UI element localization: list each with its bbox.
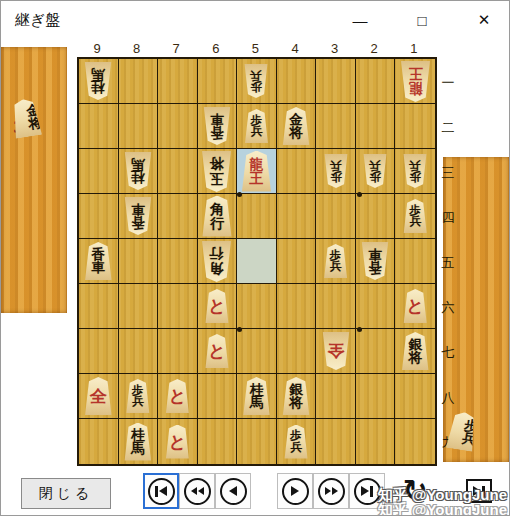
gote-piece-全[interactable]: 全 xyxy=(321,332,351,370)
sente-piece-歩兵[interactable]: 歩兵 xyxy=(402,199,428,233)
square-3-4[interactable] xyxy=(316,194,356,239)
back-fast-button[interactable] xyxy=(179,473,215,509)
rank-label-6: 六 xyxy=(439,299,457,317)
square-3-9[interactable] xyxy=(316,419,356,464)
square-7-7[interactable] xyxy=(158,329,198,374)
gote-piece-香車[interactable]: 香車 xyxy=(202,107,232,145)
file-label-9: 9 xyxy=(77,41,117,56)
piece-kanji: 馬 xyxy=(92,68,106,82)
square-2-3[interactable]: 歩兵 xyxy=(356,149,396,194)
square-8-2[interactable] xyxy=(119,104,159,149)
piece-kanji: 車 xyxy=(131,203,145,217)
maximize-button[interactable]: □ xyxy=(403,5,441,35)
square-9-3[interactable] xyxy=(79,149,119,194)
close-icon: ✕ xyxy=(478,11,491,29)
square-4-8[interactable]: 銀将 xyxy=(277,374,317,419)
piece-kanji: と xyxy=(208,342,225,360)
square-1-7[interactable]: 銀将 xyxy=(395,329,435,374)
gote-piece-龍王[interactable]: 龍王 xyxy=(399,61,432,102)
square-8-8[interactable]: 歩兵 xyxy=(119,374,159,419)
square-7-6[interactable] xyxy=(158,284,198,329)
square-3-3[interactable]: 歩兵 xyxy=(316,149,356,194)
piece-kanji: 兵 xyxy=(409,160,421,172)
piece-kanji: 車 xyxy=(210,113,224,127)
play-to-end-icon xyxy=(466,479,492,503)
square-3-8[interactable] xyxy=(316,374,356,419)
file-label-6: 6 xyxy=(196,41,236,56)
piece-kanji: 兵 xyxy=(251,126,263,138)
hoshi-dot xyxy=(357,192,362,197)
piece-kanji: 龍 xyxy=(408,81,422,96)
go-last-button[interactable] xyxy=(349,473,385,509)
file-label-7: 7 xyxy=(156,41,196,56)
square-5-2[interactable]: 歩兵 xyxy=(237,104,277,149)
square-1-3[interactable]: 歩兵 xyxy=(395,149,435,194)
sente-piece-歩兵[interactable]: 歩兵 xyxy=(283,425,309,459)
square-1-1[interactable]: 龍王 xyxy=(395,59,435,104)
piece-kanji: 兵 xyxy=(330,261,342,273)
minimize-icon: — xyxy=(353,12,368,29)
piece-kanji: 香 xyxy=(131,216,145,230)
square-6-3[interactable]: 玉将 xyxy=(198,149,238,194)
square-5-5[interactable] xyxy=(237,239,277,284)
square-3-6[interactable] xyxy=(316,284,356,329)
rank-label-7: 七 xyxy=(439,344,457,362)
square-2-7[interactable] xyxy=(356,329,396,374)
square-8-9[interactable]: 桂馬 xyxy=(119,419,159,464)
file-label-3: 3 xyxy=(315,41,355,56)
square-6-7[interactable]: と xyxy=(198,329,238,374)
piece-kanji: 香 xyxy=(210,126,224,140)
sente-piece-と[interactable]: と xyxy=(164,379,190,413)
square-3-2[interactable] xyxy=(316,104,356,149)
square-3-5[interactable]: 歩兵 xyxy=(316,239,356,284)
shogi-board: 桂馬歩兵龍王香車歩兵金将桂馬玉将龍王歩兵歩兵歩兵香車角行歩兵香車角行歩兵香車とと… xyxy=(77,57,437,466)
square-1-6[interactable]: と xyxy=(395,284,435,329)
play-to-end-button[interactable] xyxy=(461,473,497,509)
square-4-6[interactable] xyxy=(277,284,317,329)
gote-piece-stand xyxy=(1,47,67,313)
piece-kanji: 将 xyxy=(289,396,303,410)
square-3-7[interactable]: 全 xyxy=(316,329,356,374)
piece-kanji: 玉 xyxy=(210,171,224,186)
square-5-6[interactable] xyxy=(237,284,277,329)
gote-piece-香車[interactable]: 香車 xyxy=(360,242,390,280)
gote-piece-香車[interactable]: 香車 xyxy=(123,197,153,235)
go-first-button[interactable] xyxy=(143,473,179,509)
square-9-5[interactable]: 香車 xyxy=(79,239,119,284)
square-1-5[interactable] xyxy=(395,239,435,284)
gote-piece-歩兵[interactable]: 歩兵 xyxy=(243,64,269,98)
analysis-board-window: 継ぎ盤 — □ ✕ 987654321 一二三四五六七八九 桂馬歩兵龍王香車歩兵… xyxy=(0,0,510,516)
square-6-2[interactable]: 香車 xyxy=(198,104,238,149)
square-8-7[interactable] xyxy=(119,329,159,374)
square-1-4[interactable]: 歩兵 xyxy=(395,194,435,239)
square-1-9[interactable] xyxy=(395,419,435,464)
piece-kanji: 兵 xyxy=(290,442,302,454)
piece-kanji: 桂 xyxy=(131,171,145,185)
gote-piece-角行[interactable]: 角行 xyxy=(200,241,233,282)
square-5-1[interactable]: 歩兵 xyxy=(237,59,277,104)
close-board-button[interactable]: 閉じる xyxy=(21,478,111,509)
square-4-2[interactable]: 金将 xyxy=(277,104,317,149)
piece-kanji: 桂 xyxy=(92,81,106,95)
square-6-9[interactable] xyxy=(198,419,238,464)
forward-one-button[interactable] xyxy=(277,473,313,509)
piece-kanji: 馬 xyxy=(131,442,145,456)
square-9-7[interactable] xyxy=(79,329,119,374)
square-7-1[interactable] xyxy=(158,59,198,104)
sente-piece-角行[interactable]: 角行 xyxy=(200,196,233,237)
piece-kanji: 香 xyxy=(368,261,382,275)
square-3-1[interactable] xyxy=(316,59,356,104)
gote-piece-歩兵[interactable]: 歩兵 xyxy=(362,154,388,188)
gote-piece-桂馬[interactable]: 桂馬 xyxy=(83,62,113,100)
square-1-2[interactable] xyxy=(395,104,435,149)
piece-kanji: と xyxy=(169,433,186,451)
square-4-1[interactable] xyxy=(277,59,317,104)
piece-kanji: 角 xyxy=(210,202,224,217)
back-fast-icon xyxy=(184,478,211,505)
square-6-6[interactable]: と xyxy=(198,284,238,329)
sente-piece-と[interactable]: と xyxy=(164,425,190,459)
square-8-4[interactable]: 香車 xyxy=(119,194,159,239)
gote-hand: 金将3 xyxy=(11,117,25,137)
square-2-4[interactable] xyxy=(356,194,396,239)
square-7-2[interactable] xyxy=(158,104,198,149)
sente-piece-龍王[interactable]: 龍王 xyxy=(240,151,273,192)
sente-piece-金将[interactable]: 金将 xyxy=(281,107,311,145)
square-6-8[interactable] xyxy=(198,374,238,419)
square-8-5[interactable] xyxy=(119,239,159,284)
square-2-1[interactable] xyxy=(356,59,396,104)
square-2-9[interactable] xyxy=(356,419,396,464)
close-button[interactable]: ✕ xyxy=(465,5,503,35)
square-2-6[interactable] xyxy=(356,284,396,329)
window-title: 継ぎ盤 xyxy=(15,11,60,30)
piece-kanji: と xyxy=(407,297,424,315)
file-label-8: 8 xyxy=(117,41,157,56)
sente-piece-銀将[interactable]: 銀将 xyxy=(400,332,430,370)
piece-kanji: 全 xyxy=(327,342,344,360)
hoshi-dot xyxy=(237,327,242,332)
square-2-5[interactable]: 香車 xyxy=(356,239,396,284)
hoshi-dot xyxy=(237,192,242,197)
square-9-8[interactable]: 全 xyxy=(79,374,119,419)
piece-kanji: 兵 xyxy=(132,396,144,408)
back-one-icon xyxy=(220,478,247,505)
square-9-1[interactable]: 桂馬 xyxy=(79,59,119,104)
sente-piece-桂馬[interactable]: 桂馬 xyxy=(241,377,271,415)
square-4-9[interactable]: 歩兵 xyxy=(277,419,317,464)
square-5-4[interactable] xyxy=(237,194,277,239)
piece-kanji: 兵 xyxy=(369,160,381,172)
piece-kanji: 車 xyxy=(92,261,106,275)
square-9-9[interactable] xyxy=(79,419,119,464)
gote-piece-歩兵[interactable]: 歩兵 xyxy=(323,154,349,188)
sente-piece-歩兵[interactable]: 歩兵 xyxy=(125,379,151,413)
square-5-7[interactable] xyxy=(237,329,277,374)
square-9-6[interactable] xyxy=(79,284,119,329)
square-7-3[interactable] xyxy=(158,149,198,194)
piece-kanji: 将 xyxy=(289,126,303,140)
sente-piece-全[interactable]: 全 xyxy=(83,377,113,415)
rank-label-8: 八 xyxy=(439,389,457,407)
piece-kanji: 王 xyxy=(249,171,263,186)
sente-piece-香車[interactable]: 香車 xyxy=(83,242,113,280)
sente-piece-桂馬[interactable]: 桂馬 xyxy=(123,423,153,461)
sente-hand: 4歩兵 xyxy=(447,431,461,450)
square-8-1[interactable] xyxy=(119,59,159,104)
square-6-1[interactable] xyxy=(198,59,238,104)
square-4-4[interactable] xyxy=(277,194,317,239)
file-label-2: 2 xyxy=(354,41,394,56)
sente-piece-歩兵[interactable]: 歩兵 xyxy=(243,109,269,143)
gote-piece-桂馬[interactable]: 桂馬 xyxy=(123,152,153,190)
piece-kanji: 兵 xyxy=(409,216,421,228)
square-8-6[interactable] xyxy=(119,284,159,329)
sente-piece-銀将[interactable]: 銀将 xyxy=(281,377,311,415)
rank-label-3: 三 xyxy=(439,164,457,182)
square-5-8[interactable]: 桂馬 xyxy=(237,374,277,419)
piece-kanji: 馬 xyxy=(131,158,145,172)
piece-kanji: 王 xyxy=(408,67,422,82)
piece-kanji: 兵 xyxy=(330,160,342,172)
square-1-8[interactable] xyxy=(395,374,435,419)
forward-one-icon xyxy=(282,478,309,505)
file-label-5: 5 xyxy=(235,41,275,56)
piece-kanji: と xyxy=(208,297,225,315)
file-label-4: 4 xyxy=(275,41,315,56)
square-7-4[interactable] xyxy=(158,194,198,239)
square-7-5[interactable] xyxy=(158,239,198,284)
square-9-4[interactable] xyxy=(79,194,119,239)
replay-icon: ↻ xyxy=(402,476,427,506)
square-6-4[interactable]: 角行 xyxy=(198,194,238,239)
go-last-icon xyxy=(354,478,381,505)
hoshi-dot xyxy=(357,327,362,332)
forward-fast-icon xyxy=(318,478,345,505)
rank-label-2: 二 xyxy=(439,119,457,137)
square-4-3[interactable] xyxy=(277,149,317,194)
rank-label-5: 五 xyxy=(439,254,457,272)
piece-kanji: 将 xyxy=(210,157,224,172)
piece-kanji: 馬 xyxy=(250,396,264,410)
sente-piece-と[interactable]: と xyxy=(204,334,230,368)
square-7-8[interactable]: と xyxy=(158,374,198,419)
piece-kanji: 行 xyxy=(210,247,224,262)
square-5-9[interactable] xyxy=(237,419,277,464)
gote-piece-歩兵[interactable]: 歩兵 xyxy=(402,154,428,188)
piece-kanji: 角 xyxy=(210,261,224,276)
gote-piece-玉将[interactable]: 玉将 xyxy=(200,151,233,192)
square-7-9[interactable]: と xyxy=(158,419,198,464)
rank-label-4: 四 xyxy=(439,209,457,227)
square-5-3[interactable]: 龍王 xyxy=(237,149,277,194)
control-bar: 閉じる ↻ xyxy=(1,466,509,515)
forward-fast-button[interactable] xyxy=(313,473,349,509)
sente-piece-と[interactable]: と xyxy=(402,289,428,323)
square-2-2[interactable] xyxy=(356,104,396,149)
go-first-icon xyxy=(148,478,175,505)
piece-kanji: と xyxy=(169,387,186,405)
piece-kanji: 車 xyxy=(368,248,382,262)
rank-label-1: 一 xyxy=(439,74,457,92)
piece-kanji: 将 xyxy=(408,351,422,365)
square-4-5[interactable] xyxy=(277,239,317,284)
square-6-5[interactable]: 角行 xyxy=(198,239,238,284)
sente-piece-歩兵[interactable]: 歩兵 xyxy=(323,244,349,278)
piece-kanji: 全 xyxy=(90,387,107,405)
square-2-8[interactable] xyxy=(356,374,396,419)
maximize-icon: □ xyxy=(417,12,426,29)
square-4-7[interactable] xyxy=(277,329,317,374)
piece-kanji: 兵 xyxy=(251,70,263,82)
replay-button[interactable]: ↻ xyxy=(393,473,437,509)
minimize-button[interactable]: — xyxy=(341,5,379,35)
square-8-3[interactable]: 桂馬 xyxy=(119,149,159,194)
piece-kanji: 行 xyxy=(210,216,224,231)
file-label-1: 1 xyxy=(394,41,434,56)
piece-kanji: 龍 xyxy=(249,157,263,172)
square-9-2[interactable] xyxy=(79,104,119,149)
back-one-button[interactable] xyxy=(215,473,251,509)
sente-piece-と[interactable]: と xyxy=(204,289,230,323)
